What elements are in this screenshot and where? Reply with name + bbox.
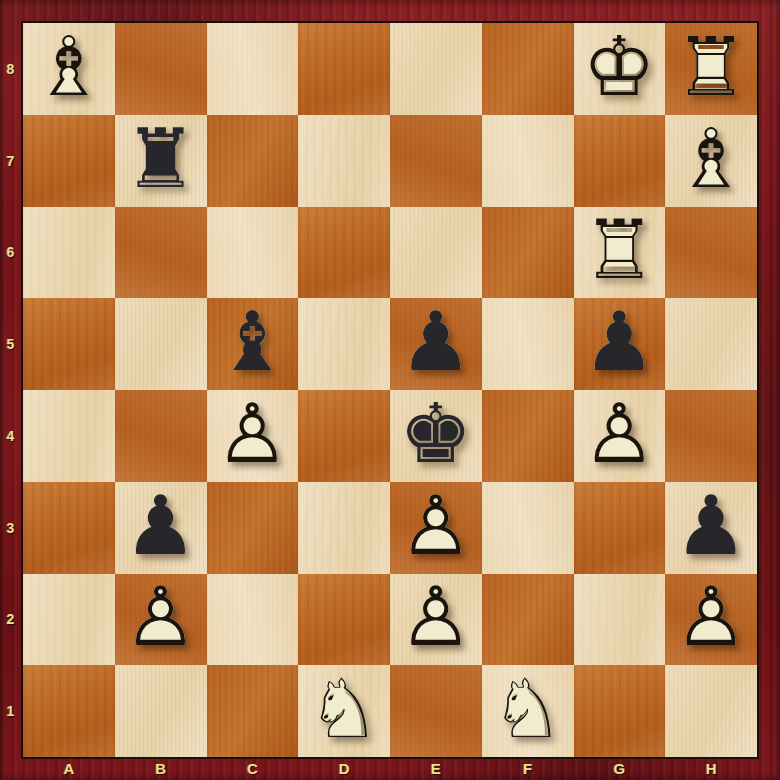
piece-black-rook-b7[interactable]: ♖♜	[115, 115, 207, 207]
piece-white-bishop-a8[interactable]: ♝♗	[23, 23, 115, 115]
piece-white-rook-h8[interactable]: ♜♖	[665, 23, 757, 115]
piece-black-bishop-c5[interactable]: ♗♝	[207, 298, 299, 390]
square-a6[interactable]	[23, 207, 115, 299]
square-c8[interactable]	[207, 23, 299, 115]
square-c6[interactable]	[207, 207, 299, 299]
square-c3[interactable]	[207, 482, 299, 574]
square-d2[interactable]	[298, 574, 390, 666]
file-label: D	[298, 757, 390, 780]
square-a5[interactable]	[23, 298, 115, 390]
square-h6[interactable]	[665, 207, 757, 299]
square-g1[interactable]	[574, 665, 666, 757]
file-label: A	[23, 757, 115, 780]
square-f6[interactable]	[482, 207, 574, 299]
black-pawn-glyph-line: ♟	[390, 298, 482, 390]
square-h5[interactable]	[665, 298, 757, 390]
rank-label: 2	[0, 574, 21, 666]
piece-white-pawn-e3[interactable]: ♟♙	[390, 482, 482, 574]
square-a4[interactable]	[23, 390, 115, 482]
black-pawn-glyph-line: ♟	[665, 482, 757, 574]
square-c5[interactable]: ♗♝	[207, 298, 299, 390]
square-f3[interactable]	[482, 482, 574, 574]
square-b7[interactable]: ♖♜	[115, 115, 207, 207]
square-c4[interactable]: ♟♙	[207, 390, 299, 482]
file-labels: ABCDEFGH	[23, 757, 757, 780]
square-f2[interactable]	[482, 574, 574, 666]
black-rook-glyph-line: ♜	[115, 115, 207, 207]
white-king-glyph-line: ♔	[574, 23, 666, 115]
square-a8[interactable]: ♝♗	[23, 23, 115, 115]
square-e6[interactable]	[390, 207, 482, 299]
square-b2[interactable]: ♟♙	[115, 574, 207, 666]
square-h7[interactable]: ♝♗	[665, 115, 757, 207]
square-d3[interactable]	[298, 482, 390, 574]
piece-white-pawn-h2[interactable]: ♟♙	[665, 574, 757, 666]
white-knight-glyph-line: ♘	[482, 665, 574, 757]
square-a2[interactable]	[23, 574, 115, 666]
piece-white-pawn-c4[interactable]: ♟♙	[207, 390, 299, 482]
square-f8[interactable]	[482, 23, 574, 115]
file-label: G	[574, 757, 666, 780]
square-d1[interactable]: ♞♘	[298, 665, 390, 757]
black-bishop-glyph-line: ♝	[207, 298, 299, 390]
square-h3[interactable]: ♙♟	[665, 482, 757, 574]
square-g3[interactable]	[574, 482, 666, 574]
square-c2[interactable]	[207, 574, 299, 666]
black-pawn-glyph-line: ♟	[574, 298, 666, 390]
square-f5[interactable]	[482, 298, 574, 390]
piece-white-king-g8[interactable]: ♚♔	[574, 23, 666, 115]
rank-label: 3	[0, 482, 21, 574]
white-pawn-glyph-line: ♙	[390, 482, 482, 574]
file-label: C	[207, 757, 299, 780]
square-e8[interactable]	[390, 23, 482, 115]
piece-white-pawn-e2[interactable]: ♟♙	[390, 574, 482, 666]
square-c7[interactable]	[207, 115, 299, 207]
square-d4[interactable]	[298, 390, 390, 482]
piece-black-pawn-b3[interactable]: ♙♟	[115, 482, 207, 574]
square-a1[interactable]	[23, 665, 115, 757]
square-e1[interactable]	[390, 665, 482, 757]
white-bishop-glyph-line: ♗	[665, 115, 757, 207]
square-e7[interactable]	[390, 115, 482, 207]
white-bishop-glyph-line: ♗	[23, 23, 115, 115]
rank-label: 5	[0, 298, 21, 390]
square-b6[interactable]	[115, 207, 207, 299]
piece-white-knight-f1[interactable]: ♞♘	[482, 665, 574, 757]
rank-label: 1	[0, 665, 21, 757]
piece-white-rook-g6[interactable]: ♜♖	[574, 207, 666, 299]
white-pawn-glyph-line: ♙	[390, 574, 482, 666]
square-d8[interactable]	[298, 23, 390, 115]
square-f4[interactable]	[482, 390, 574, 482]
square-b8[interactable]	[115, 23, 207, 115]
file-label: F	[482, 757, 574, 780]
square-d5[interactable]	[298, 298, 390, 390]
square-f1[interactable]: ♞♘	[482, 665, 574, 757]
square-b4[interactable]	[115, 390, 207, 482]
square-h8[interactable]: ♜♖	[665, 23, 757, 115]
square-h1[interactable]	[665, 665, 757, 757]
black-pawn-glyph-line: ♟	[115, 482, 207, 574]
white-pawn-glyph-line: ♙	[207, 390, 299, 482]
square-g4[interactable]: ♟♙	[574, 390, 666, 482]
square-b1[interactable]	[115, 665, 207, 757]
piece-black-pawn-g5[interactable]: ♙♟	[574, 298, 666, 390]
file-label: E	[390, 757, 482, 780]
file-label: B	[115, 757, 207, 780]
square-e2[interactable]: ♟♙	[390, 574, 482, 666]
rank-label: 7	[0, 115, 21, 207]
square-b5[interactable]	[115, 298, 207, 390]
rank-label: 4	[0, 390, 21, 482]
square-d6[interactable]	[298, 207, 390, 299]
white-rook-glyph-line: ♖	[665, 23, 757, 115]
square-g6[interactable]: ♜♖	[574, 207, 666, 299]
white-pawn-glyph-line: ♙	[574, 390, 666, 482]
piece-white-pawn-g4[interactable]: ♟♙	[574, 390, 666, 482]
piece-white-pawn-b2[interactable]: ♟♙	[115, 574, 207, 666]
piece-black-king-e4[interactable]: ♔♚	[390, 390, 482, 482]
white-knight-glyph-line: ♘	[298, 665, 390, 757]
square-a3[interactable]	[23, 482, 115, 574]
square-g7[interactable]	[574, 115, 666, 207]
square-g8[interactable]: ♚♔	[574, 23, 666, 115]
white-rook-glyph-line: ♖	[574, 207, 666, 299]
black-king-glyph-line: ♚	[390, 390, 482, 482]
square-c1[interactable]	[207, 665, 299, 757]
white-pawn-glyph-line: ♙	[665, 574, 757, 666]
piece-black-pawn-h3[interactable]: ♙♟	[665, 482, 757, 574]
white-pawn-glyph-line: ♙	[115, 574, 207, 666]
rank-label: 6	[0, 207, 21, 299]
square-d7[interactable]	[298, 115, 390, 207]
board-frame: 87654321 ABCDEFGH ♝♗♚♔♜♖♖♜♝♗♜♖♗♝♙♟♙♟♟♙♔♚…	[0, 0, 780, 780]
chess-board: ♝♗♚♔♜♖♖♜♝♗♜♖♗♝♙♟♙♟♟♙♔♚♟♙♙♟♟♙♙♟♟♙♟♙♟♙♞♘♞♘	[21, 21, 759, 759]
square-e4[interactable]: ♔♚	[390, 390, 482, 482]
piece-black-pawn-e5[interactable]: ♙♟	[390, 298, 482, 390]
square-g2[interactable]	[574, 574, 666, 666]
square-g5[interactable]: ♙♟	[574, 298, 666, 390]
rank-label: 8	[0, 23, 21, 115]
piece-white-bishop-h7[interactable]: ♝♗	[665, 115, 757, 207]
square-e5[interactable]: ♙♟	[390, 298, 482, 390]
square-f7[interactable]	[482, 115, 574, 207]
square-a7[interactable]	[23, 115, 115, 207]
square-b3[interactable]: ♙♟	[115, 482, 207, 574]
rank-labels: 87654321	[0, 23, 21, 757]
square-h2[interactable]: ♟♙	[665, 574, 757, 666]
file-label: H	[665, 757, 757, 780]
square-e3[interactable]: ♟♙	[390, 482, 482, 574]
square-h4[interactable]	[665, 390, 757, 482]
piece-white-knight-d1[interactable]: ♞♘	[298, 665, 390, 757]
